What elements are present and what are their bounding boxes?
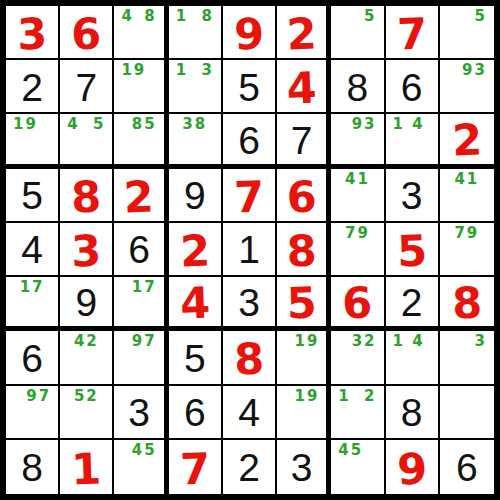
cell-r8c9[interactable]	[440, 386, 494, 440]
solved-digit: 6	[59, 5, 113, 59]
cell-r4c4[interactable]: 9	[169, 169, 223, 223]
given-digit: 5	[223, 60, 275, 112]
given-digit: 2	[386, 277, 438, 326]
given-digit: 6	[169, 386, 221, 438]
cell-r3c9[interactable]: 2	[440, 114, 494, 168]
cell-r1c1[interactable]: 3	[6, 6, 60, 60]
sudoku-board: 364818925752719135486931945853867931 425…	[0, 0, 500, 500]
given-digit: 8	[386, 386, 438, 438]
solved-digit: 2	[114, 168, 165, 222]
given-digit: 6	[223, 114, 275, 163]
pencil-marks: 19	[277, 332, 326, 350]
cell-r5c9[interactable]: 79	[440, 223, 494, 277]
solved-digit: 8	[276, 222, 327, 276]
cell-r9c7[interactable]: 45	[331, 440, 385, 494]
cell-r2c8[interactable]: 6	[386, 60, 440, 114]
cell-r2c6[interactable]: 4	[277, 60, 331, 114]
cell-r9c4[interactable]: 7	[169, 440, 223, 494]
given-digit: 6	[386, 60, 438, 112]
pencil-marks: 38	[169, 115, 221, 133]
cell-r3c1[interactable]: 19	[6, 114, 60, 168]
pencil-marks: 52	[60, 387, 112, 405]
given-digit: 3	[114, 386, 163, 438]
pencil-marks: 1 4	[386, 332, 438, 350]
solved-digit: 4	[168, 276, 222, 327]
given-digit: 6	[6, 331, 58, 383]
cell-r6c9[interactable]: 8	[440, 277, 494, 331]
cell-r1c3[interactable]: 48	[114, 6, 168, 60]
cell-r9c2[interactable]: 1	[60, 440, 114, 494]
pencil-marks: 93	[331, 115, 383, 133]
pencil-marks: 45	[114, 441, 163, 459]
given-digit: 7	[277, 114, 326, 163]
solved-digit: 6	[330, 276, 384, 327]
cell-r6c7[interactable]: 6	[331, 277, 385, 331]
cell-r4c1[interactable]: 5	[6, 169, 60, 223]
given-digit: 1	[223, 223, 275, 275]
cell-r1c4[interactable]: 18	[169, 6, 223, 60]
cell-r3c2[interactable]: 45	[60, 114, 114, 168]
cell-r1c6[interactable]: 2	[277, 6, 331, 60]
cell-r8c6[interactable]: 19	[277, 386, 331, 440]
given-digit: 8	[331, 60, 383, 112]
pencil-marks: 3	[440, 332, 494, 350]
pencil-marks: 45	[331, 441, 383, 459]
cell-r1c2[interactable]: 6	[60, 6, 114, 60]
cell-r8c7[interactable]: 12	[331, 386, 385, 440]
pencil-marks: 32	[331, 332, 383, 350]
cell-r4c9[interactable]: 41	[440, 169, 494, 223]
given-digit: 3	[223, 277, 275, 326]
cell-r2c1[interactable]: 2	[6, 60, 60, 114]
cell-r3c4[interactable]: 38	[169, 114, 223, 168]
cell-r7c9[interactable]: 3	[440, 331, 494, 385]
cell-r8c3[interactable]: 3	[114, 386, 168, 440]
given-digit: 8	[6, 440, 58, 494]
cell-r6c6[interactable]: 5	[277, 277, 331, 331]
given-digit: 3	[277, 440, 326, 494]
cell-r7c4[interactable]: 5	[169, 331, 223, 385]
cell-r1c9[interactable]: 5	[440, 6, 494, 60]
cell-r5c4[interactable]: 2	[169, 223, 223, 277]
pencil-marks: 97	[6, 387, 58, 405]
solved-digit: 3	[5, 5, 59, 59]
pencil-marks: 1 4	[386, 115, 438, 133]
cell-r3c3[interactable]: 85	[114, 114, 168, 168]
solved-digit: 5	[276, 276, 327, 327]
given-digit: 4	[6, 223, 58, 275]
cell-r1c5[interactable]: 9	[223, 6, 277, 60]
solved-digit: 2	[276, 5, 327, 59]
given-digit: 5	[169, 331, 221, 383]
solved-digit: 5	[385, 222, 439, 276]
given-digit: 3	[386, 169, 438, 221]
pencil-marks: 12	[331, 387, 383, 405]
cell-r7c5[interactable]: 8	[223, 331, 277, 385]
cell-r3c5[interactable]: 6	[223, 114, 277, 168]
given-digit: 2	[223, 440, 275, 494]
solved-digit: 9	[222, 5, 276, 59]
cell-r6c4[interactable]: 4	[169, 277, 223, 331]
cell-r8c1[interactable]: 97	[6, 386, 60, 440]
cell-r5c1[interactable]: 4	[6, 223, 60, 277]
cell-r3c6[interactable]: 7	[277, 114, 331, 168]
cell-r5c6[interactable]: 8	[277, 223, 331, 277]
pencil-marks: 5	[331, 7, 383, 25]
given-digit: 4	[223, 386, 275, 438]
given-digit: 9	[169, 169, 221, 221]
cell-r7c8[interactable]: 1 4	[386, 331, 440, 385]
cell-r8c8[interactable]: 8	[386, 386, 440, 440]
cell-r8c5[interactable]: 4	[223, 386, 277, 440]
solved-digit: 9	[385, 439, 439, 495]
cell-r7c3[interactable]: 97	[114, 331, 168, 385]
given-digit: 7	[60, 60, 112, 112]
cell-r4c5[interactable]: 7	[223, 169, 277, 223]
cell-r2c7[interactable]: 8	[331, 60, 385, 114]
cell-r6c3[interactable]: 17	[114, 277, 168, 331]
pencil-marks: 19	[6, 115, 58, 133]
solved-digit: 3	[59, 222, 113, 276]
pencil-marks: 5	[440, 7, 494, 25]
cell-r2c3[interactable]: 19	[114, 60, 168, 114]
pencil-marks: 93	[440, 61, 494, 79]
cell-r7c1[interactable]: 6	[6, 331, 60, 385]
cell-r6c2[interactable]: 9	[60, 277, 114, 331]
given-digit: 6	[440, 440, 494, 494]
cell-r9c9[interactable]: 6	[440, 440, 494, 494]
pencil-marks: 17	[114, 278, 163, 296]
cell-r2c2[interactable]: 7	[60, 60, 114, 114]
solved-digit: 8	[222, 330, 276, 384]
cell-r3c7[interactable]: 93	[331, 114, 385, 168]
given-digit: 2	[6, 60, 58, 112]
pencil-marks: 48	[114, 7, 163, 25]
solved-digit: 2	[168, 222, 222, 276]
solved-digit: 7	[222, 168, 276, 222]
given-digit: 5	[6, 169, 58, 221]
cell-r2c5[interactable]: 5	[223, 60, 277, 114]
pencil-marks: 42	[60, 332, 112, 350]
pencil-marks: 41	[331, 170, 383, 188]
cell-r7c7[interactable]: 32	[331, 331, 385, 385]
given-digit: 9	[60, 277, 112, 326]
cell-r7c6[interactable]: 19	[277, 331, 331, 385]
pencil-marks: 97	[114, 332, 163, 350]
cell-r6c8[interactable]: 2	[386, 277, 440, 331]
cell-r4c7[interactable]: 41	[331, 169, 385, 223]
cell-r6c1[interactable]: 17	[6, 277, 60, 331]
cell-r5c5[interactable]: 1	[223, 223, 277, 277]
given-digit: 6	[114, 223, 163, 275]
cell-r9c3[interactable]: 45	[114, 440, 168, 494]
cell-r9c8[interactable]: 9	[386, 440, 440, 494]
pencil-marks: 18	[169, 7, 221, 25]
solved-digit: 7	[168, 439, 222, 495]
pencil-marks: 85	[114, 115, 163, 133]
pencil-marks: 19	[277, 387, 326, 405]
solved-digit: 2	[439, 114, 495, 165]
pencil-marks: 79	[331, 224, 383, 242]
pencil-marks: 19	[114, 61, 163, 79]
pencil-marks: 17	[6, 278, 58, 296]
pencil-marks: 41	[440, 170, 494, 188]
cell-r2c4[interactable]: 13	[169, 60, 223, 114]
cell-r5c2[interactable]: 3	[60, 223, 114, 277]
cell-r5c8[interactable]: 5	[386, 223, 440, 277]
cell-r3c8[interactable]: 1 4	[386, 114, 440, 168]
cell-r9c1[interactable]: 8	[6, 440, 60, 494]
cell-r4c2[interactable]: 8	[60, 169, 114, 223]
solved-digit: 7	[385, 5, 439, 59]
cell-r2c9[interactable]: 93	[440, 60, 494, 114]
solved-digit: 6	[276, 168, 327, 222]
pencil-marks: 45	[60, 115, 112, 133]
cell-r1c8[interactable]: 7	[386, 6, 440, 60]
solved-digit: 8	[59, 168, 113, 222]
cell-r5c7[interactable]: 79	[331, 223, 385, 277]
cell-r6c5[interactable]: 3	[223, 277, 277, 331]
cell-r4c8[interactable]: 3	[386, 169, 440, 223]
solved-digit: 4	[276, 59, 327, 113]
cell-r5c3[interactable]: 6	[114, 223, 168, 277]
solved-digit: 1	[59, 439, 113, 495]
cell-r7c2[interactable]: 42	[60, 331, 114, 385]
pencil-marks: 79	[440, 224, 494, 242]
cell-r8c2[interactable]: 52	[60, 386, 114, 440]
cell-r9c5[interactable]: 2	[223, 440, 277, 494]
solved-digit: 8	[439, 276, 495, 327]
cell-r1c7[interactable]: 5	[331, 6, 385, 60]
cell-r8c4[interactable]: 6	[169, 386, 223, 440]
cell-r4c3[interactable]: 2	[114, 169, 168, 223]
pencil-marks: 13	[169, 61, 221, 79]
cell-r9c6[interactable]: 3	[277, 440, 331, 494]
cell-r4c6[interactable]: 6	[277, 169, 331, 223]
